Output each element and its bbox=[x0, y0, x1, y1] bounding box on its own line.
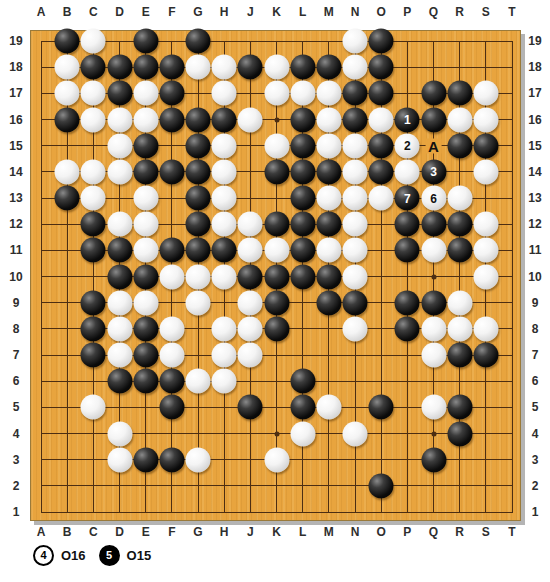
coord-right-4: 4 bbox=[532, 427, 539, 441]
stone-N9[interactable] bbox=[343, 290, 368, 315]
stone-M13[interactable] bbox=[316, 186, 341, 211]
coord-bottom-L: L bbox=[299, 525, 306, 539]
stone-L6[interactable] bbox=[290, 369, 315, 394]
stone-F3[interactable] bbox=[159, 447, 184, 472]
stone-L13[interactable] bbox=[290, 186, 315, 211]
coord-right-14: 14 bbox=[528, 165, 541, 179]
stone-F11[interactable] bbox=[159, 238, 184, 263]
coord-top-J: J bbox=[247, 5, 254, 19]
stone-L17[interactable] bbox=[290, 81, 315, 106]
coord-bottom-Q: Q bbox=[429, 525, 438, 539]
stone-E10[interactable] bbox=[133, 264, 158, 289]
stone-R17[interactable] bbox=[447, 81, 472, 106]
stone-N4[interactable] bbox=[343, 421, 368, 446]
stone-F14[interactable] bbox=[159, 159, 184, 184]
coord-left-15: 15 bbox=[9, 139, 22, 153]
caption-move5-stone: 5 bbox=[99, 545, 120, 566]
stone-P8[interactable] bbox=[395, 316, 420, 341]
stone-J5[interactable] bbox=[238, 395, 263, 420]
stone-C16[interactable] bbox=[81, 107, 106, 132]
stone-H17[interactable] bbox=[212, 81, 237, 106]
stone-K18[interactable] bbox=[264, 55, 289, 80]
stone-F5[interactable] bbox=[159, 395, 184, 420]
stone-S10[interactable] bbox=[473, 264, 498, 289]
stone-G3[interactable] bbox=[186, 447, 211, 472]
caption-move4-stone: 4 bbox=[33, 545, 54, 566]
stone-P12[interactable] bbox=[395, 212, 420, 237]
stone-J8[interactable] bbox=[238, 316, 263, 341]
coord-bottom-H: H bbox=[220, 525, 229, 539]
stone-L11[interactable] bbox=[290, 238, 315, 263]
grid-line-horizontal bbox=[41, 485, 513, 486]
stone-Q16[interactable] bbox=[421, 107, 446, 132]
coord-bottom-N: N bbox=[351, 525, 360, 539]
stone-O15[interactable] bbox=[369, 133, 394, 158]
coord-right-7: 7 bbox=[532, 348, 539, 362]
stone-D9[interactable] bbox=[107, 290, 132, 315]
coord-left-1: 1 bbox=[13, 505, 20, 519]
stone-L15[interactable] bbox=[290, 133, 315, 158]
stone-R9[interactable] bbox=[447, 290, 472, 315]
coord-right-17: 17 bbox=[528, 86, 541, 100]
stone-C5[interactable] bbox=[81, 395, 106, 420]
stone-C19[interactable] bbox=[81, 29, 106, 54]
stone-H18[interactable] bbox=[212, 55, 237, 80]
stone-Q11[interactable] bbox=[421, 238, 446, 263]
go-diagram: 4 O16 5 O15 AABBCCDDEEFFGGHHJJKKLLMMNNOO… bbox=[0, 0, 550, 582]
coord-top-Q: Q bbox=[429, 5, 438, 19]
stone-K8[interactable] bbox=[264, 316, 289, 341]
star-point bbox=[431, 431, 436, 436]
stone-E6[interactable] bbox=[133, 369, 158, 394]
stone-F8[interactable] bbox=[159, 316, 184, 341]
stone-E14[interactable] bbox=[133, 159, 158, 184]
stone-Q8[interactable] bbox=[421, 316, 446, 341]
stone-M15[interactable] bbox=[316, 133, 341, 158]
coord-right-18: 18 bbox=[528, 60, 541, 74]
stone-F6[interactable] bbox=[159, 369, 184, 394]
coord-top-H: H bbox=[220, 5, 229, 19]
stone-L10[interactable] bbox=[290, 264, 315, 289]
stone-H12[interactable] bbox=[212, 212, 237, 237]
coord-right-10: 10 bbox=[528, 270, 541, 284]
coord-right-3: 3 bbox=[532, 453, 539, 467]
coord-right-9: 9 bbox=[532, 296, 539, 310]
coord-left-2: 2 bbox=[13, 479, 20, 493]
stone-G10[interactable] bbox=[186, 264, 211, 289]
stone-B13[interactable] bbox=[55, 186, 80, 211]
coord-top-L: L bbox=[299, 5, 306, 19]
coord-left-18: 18 bbox=[9, 60, 22, 74]
stone-G9[interactable] bbox=[186, 290, 211, 315]
coord-bottom-S: S bbox=[482, 525, 490, 539]
stone-C9[interactable] bbox=[81, 290, 106, 315]
caption-move4-point: O16 bbox=[61, 548, 92, 563]
stone-N19[interactable] bbox=[343, 29, 368, 54]
coord-top-C: C bbox=[89, 5, 98, 19]
stone-C11[interactable] bbox=[81, 238, 106, 263]
coord-left-13: 13 bbox=[9, 191, 22, 205]
caption-move5-point: O15 bbox=[127, 548, 158, 563]
coord-top-S: S bbox=[482, 5, 490, 19]
stone-E7[interactable] bbox=[133, 343, 158, 368]
coord-right-16: 16 bbox=[528, 113, 541, 127]
stone-M11[interactable] bbox=[316, 238, 341, 263]
stone-J7[interactable] bbox=[238, 343, 263, 368]
coord-left-4: 4 bbox=[13, 427, 20, 441]
coord-top-B: B bbox=[63, 5, 72, 19]
coord-top-O: O bbox=[376, 5, 385, 19]
stone-S14[interactable] bbox=[473, 159, 498, 184]
star-point bbox=[274, 117, 279, 122]
stone-P9[interactable] bbox=[395, 290, 420, 315]
stone-C12[interactable] bbox=[81, 212, 106, 237]
stone-E9[interactable] bbox=[133, 290, 158, 315]
stone-F16[interactable] bbox=[159, 107, 184, 132]
stone-P16[interactable]: 1 bbox=[395, 107, 420, 132]
stone-H16[interactable] bbox=[212, 107, 237, 132]
coord-right-11: 11 bbox=[529, 243, 542, 257]
coord-left-7: 7 bbox=[13, 348, 20, 362]
coord-left-17: 17 bbox=[9, 86, 22, 100]
stone-D12[interactable] bbox=[107, 212, 132, 237]
coord-top-P: P bbox=[403, 5, 411, 19]
stone-E17[interactable] bbox=[133, 81, 158, 106]
stone-L18[interactable] bbox=[290, 55, 315, 80]
stone-O17[interactable] bbox=[369, 81, 394, 106]
stone-H6[interactable] bbox=[212, 369, 237, 394]
stone-D3[interactable] bbox=[107, 447, 132, 472]
stone-L16[interactable] bbox=[290, 107, 315, 132]
stone-R8[interactable] bbox=[447, 316, 472, 341]
coord-bottom-M: M bbox=[324, 525, 334, 539]
stone-P14[interactable] bbox=[395, 159, 420, 184]
stone-H8[interactable] bbox=[212, 316, 237, 341]
stone-Q12[interactable] bbox=[421, 212, 446, 237]
stone-M18[interactable] bbox=[316, 55, 341, 80]
stone-D11[interactable] bbox=[107, 238, 132, 263]
stone-C18[interactable] bbox=[81, 55, 106, 80]
coord-top-R: R bbox=[455, 5, 464, 19]
stone-O13[interactable] bbox=[369, 186, 394, 211]
stone-Q17[interactable] bbox=[421, 81, 446, 106]
stone-J16[interactable] bbox=[238, 107, 263, 132]
coord-left-6: 6 bbox=[13, 374, 20, 388]
stone-B14[interactable] bbox=[55, 159, 80, 184]
coord-left-19: 19 bbox=[9, 34, 22, 48]
coord-bottom-J: J bbox=[247, 525, 254, 539]
stone-R7[interactable] bbox=[447, 343, 472, 368]
stone-D16[interactable] bbox=[107, 107, 132, 132]
stone-N14[interactable] bbox=[343, 159, 368, 184]
coord-left-12: 12 bbox=[9, 217, 22, 231]
stone-C8[interactable] bbox=[81, 316, 106, 341]
stone-K11[interactable] bbox=[264, 238, 289, 263]
stone-C13[interactable] bbox=[81, 186, 106, 211]
stone-P15[interactable]: 2 bbox=[395, 133, 420, 158]
coord-right-1: 1 bbox=[532, 505, 539, 519]
stone-Q9[interactable] bbox=[421, 290, 446, 315]
stone-S11[interactable] bbox=[473, 238, 498, 263]
stone-O14[interactable] bbox=[369, 159, 394, 184]
stone-L14[interactable] bbox=[290, 159, 315, 184]
stone-F10[interactable] bbox=[159, 264, 184, 289]
stone-R5[interactable] bbox=[447, 395, 472, 420]
stone-Q13[interactable]: 6 bbox=[421, 186, 446, 211]
stone-F7[interactable] bbox=[159, 343, 184, 368]
stone-S17[interactable] bbox=[473, 81, 498, 106]
stone-H10[interactable] bbox=[212, 264, 237, 289]
stone-J10[interactable] bbox=[238, 264, 263, 289]
stone-K15[interactable] bbox=[264, 133, 289, 158]
stone-H14[interactable] bbox=[212, 159, 237, 184]
stone-G13[interactable] bbox=[186, 186, 211, 211]
coord-bottom-A: A bbox=[37, 525, 46, 539]
stone-M12[interactable] bbox=[316, 212, 341, 237]
coord-left-11: 11 bbox=[10, 243, 23, 257]
stone-L12[interactable] bbox=[290, 212, 315, 237]
coord-right-5: 5 bbox=[532, 400, 539, 414]
stone-R12[interactable] bbox=[447, 212, 472, 237]
stone-M5[interactable] bbox=[316, 395, 341, 420]
stone-N17[interactable] bbox=[343, 81, 368, 106]
coord-left-16: 16 bbox=[9, 113, 22, 127]
stone-B16[interactable] bbox=[55, 107, 80, 132]
stone-K9[interactable] bbox=[264, 290, 289, 315]
coord-right-2: 2 bbox=[532, 479, 539, 493]
stone-R15[interactable] bbox=[447, 133, 472, 158]
coord-top-K: K bbox=[272, 5, 281, 19]
stone-B17[interactable] bbox=[55, 81, 80, 106]
stone-G15[interactable] bbox=[186, 133, 211, 158]
stone-S12[interactable] bbox=[473, 212, 498, 237]
star-point bbox=[274, 431, 279, 436]
stone-D7[interactable] bbox=[107, 343, 132, 368]
coord-bottom-F: F bbox=[168, 525, 175, 539]
stone-O2[interactable] bbox=[369, 473, 394, 498]
stone-G18[interactable] bbox=[186, 55, 211, 80]
grid-line-vertical bbox=[512, 41, 513, 513]
stone-N12[interactable] bbox=[343, 212, 368, 237]
coord-top-N: N bbox=[351, 5, 360, 19]
stone-B19[interactable] bbox=[55, 29, 80, 54]
stone-R4[interactable] bbox=[447, 421, 472, 446]
stone-K3[interactable] bbox=[264, 447, 289, 472]
coord-right-19: 19 bbox=[528, 34, 541, 48]
stone-S16[interactable] bbox=[473, 107, 498, 132]
coord-top-E: E bbox=[142, 5, 150, 19]
stone-C7[interactable] bbox=[81, 343, 106, 368]
stone-F17[interactable] bbox=[159, 81, 184, 106]
coord-right-12: 12 bbox=[528, 217, 541, 231]
stone-M16[interactable] bbox=[316, 107, 341, 132]
stone-N13[interactable] bbox=[343, 186, 368, 211]
stone-E11[interactable] bbox=[133, 238, 158, 263]
stone-G11[interactable] bbox=[186, 238, 211, 263]
stone-D18[interactable] bbox=[107, 55, 132, 80]
stone-G6[interactable] bbox=[186, 369, 211, 394]
coord-right-13: 13 bbox=[528, 191, 541, 205]
stone-H11[interactable] bbox=[212, 238, 237, 263]
stone-N11[interactable] bbox=[343, 238, 368, 263]
stone-M10[interactable] bbox=[316, 264, 341, 289]
stone-D14[interactable] bbox=[107, 159, 132, 184]
stone-L5[interactable] bbox=[290, 395, 315, 420]
stone-M14[interactable] bbox=[316, 159, 341, 184]
stone-G12[interactable] bbox=[186, 212, 211, 237]
stone-Q3[interactable] bbox=[421, 447, 446, 472]
stone-G16[interactable] bbox=[186, 107, 211, 132]
stone-O18[interactable] bbox=[369, 55, 394, 80]
stone-R13[interactable] bbox=[447, 186, 472, 211]
star-point bbox=[431, 274, 436, 279]
stone-D10[interactable] bbox=[107, 264, 132, 289]
stone-Q5[interactable] bbox=[421, 395, 446, 420]
stone-D15[interactable] bbox=[107, 133, 132, 158]
stone-G14[interactable] bbox=[186, 159, 211, 184]
stone-E12[interactable] bbox=[133, 212, 158, 237]
coord-left-14: 14 bbox=[9, 165, 22, 179]
coord-bottom-E: E bbox=[142, 525, 150, 539]
stone-E16[interactable] bbox=[133, 107, 158, 132]
stone-M17[interactable] bbox=[316, 81, 341, 106]
coord-left-5: 5 bbox=[13, 400, 20, 414]
stone-K12[interactable] bbox=[264, 212, 289, 237]
coord-bottom-C: C bbox=[89, 525, 98, 539]
stone-H13[interactable] bbox=[212, 186, 237, 211]
coord-right-15: 15 bbox=[528, 139, 541, 153]
stone-M9[interactable] bbox=[316, 290, 341, 315]
stone-O5[interactable] bbox=[369, 395, 394, 420]
stone-G19[interactable] bbox=[186, 29, 211, 54]
stone-E15[interactable] bbox=[133, 133, 158, 158]
stone-E8[interactable] bbox=[133, 316, 158, 341]
stone-S15[interactable] bbox=[473, 133, 498, 158]
coord-bottom-G: G bbox=[193, 525, 202, 539]
coord-left-8: 8 bbox=[13, 322, 20, 336]
coord-top-T: T bbox=[508, 5, 515, 19]
stone-D6[interactable] bbox=[107, 369, 132, 394]
stone-R11[interactable] bbox=[447, 238, 472, 263]
stone-P11[interactable] bbox=[395, 238, 420, 263]
stone-N16[interactable] bbox=[343, 107, 368, 132]
stone-E18[interactable] bbox=[133, 55, 158, 80]
stone-N18[interactable] bbox=[343, 55, 368, 80]
coord-left-3: 3 bbox=[13, 453, 20, 467]
stone-N8[interactable] bbox=[343, 316, 368, 341]
stone-P13[interactable]: 7 bbox=[395, 186, 420, 211]
coord-right-6: 6 bbox=[532, 374, 539, 388]
coord-bottom-O: O bbox=[376, 525, 385, 539]
stone-H15[interactable] bbox=[212, 133, 237, 158]
stone-F18[interactable] bbox=[159, 55, 184, 80]
stone-E19[interactable] bbox=[133, 29, 158, 54]
stone-E3[interactable] bbox=[133, 447, 158, 472]
stone-S7[interactable] bbox=[473, 343, 498, 368]
coord-left-10: 10 bbox=[9, 270, 22, 284]
stone-O19[interactable] bbox=[369, 29, 394, 54]
stone-R16[interactable] bbox=[447, 107, 472, 132]
coord-left-9: 9 bbox=[13, 296, 20, 310]
coord-bottom-P: P bbox=[403, 525, 411, 539]
stone-N15[interactable] bbox=[343, 133, 368, 158]
coord-bottom-R: R bbox=[455, 525, 464, 539]
stone-C14[interactable] bbox=[81, 159, 106, 184]
stone-K10[interactable] bbox=[264, 264, 289, 289]
grid-line-horizontal bbox=[41, 512, 513, 513]
stone-S8[interactable] bbox=[473, 316, 498, 341]
stone-C17[interactable] bbox=[81, 81, 106, 106]
stone-Q14[interactable]: 3 bbox=[421, 159, 446, 184]
coord-bottom-D: D bbox=[115, 525, 124, 539]
caption: 4 O16 5 O15 bbox=[33, 545, 157, 565]
stone-K17[interactable] bbox=[264, 81, 289, 106]
coord-bottom-K: K bbox=[272, 525, 281, 539]
letter-mark-A: A bbox=[425, 138, 442, 153]
stone-D17[interactable] bbox=[107, 81, 132, 106]
stone-J18[interactable] bbox=[238, 55, 263, 80]
stone-J9[interactable] bbox=[238, 290, 263, 315]
coord-top-D: D bbox=[115, 5, 124, 19]
coord-top-M: M bbox=[324, 5, 334, 19]
stone-H7[interactable] bbox=[212, 343, 237, 368]
coord-top-F: F bbox=[168, 5, 175, 19]
stone-L4[interactable] bbox=[290, 421, 315, 446]
coord-right-8: 8 bbox=[532, 322, 539, 336]
stone-Q7[interactable] bbox=[421, 343, 446, 368]
stone-B18[interactable] bbox=[55, 55, 80, 80]
coord-bottom-B: B bbox=[63, 525, 72, 539]
stone-O16[interactable] bbox=[369, 107, 394, 132]
stone-E13[interactable] bbox=[133, 186, 158, 211]
stone-N10[interactable] bbox=[343, 264, 368, 289]
stone-K14[interactable] bbox=[264, 159, 289, 184]
coord-top-A: A bbox=[37, 5, 46, 19]
stone-J12[interactable] bbox=[238, 212, 263, 237]
coord-top-G: G bbox=[193, 5, 202, 19]
stone-D4[interactable] bbox=[107, 421, 132, 446]
coord-bottom-T: T bbox=[508, 525, 515, 539]
stone-D8[interactable] bbox=[107, 316, 132, 341]
stone-J11[interactable] bbox=[238, 238, 263, 263]
